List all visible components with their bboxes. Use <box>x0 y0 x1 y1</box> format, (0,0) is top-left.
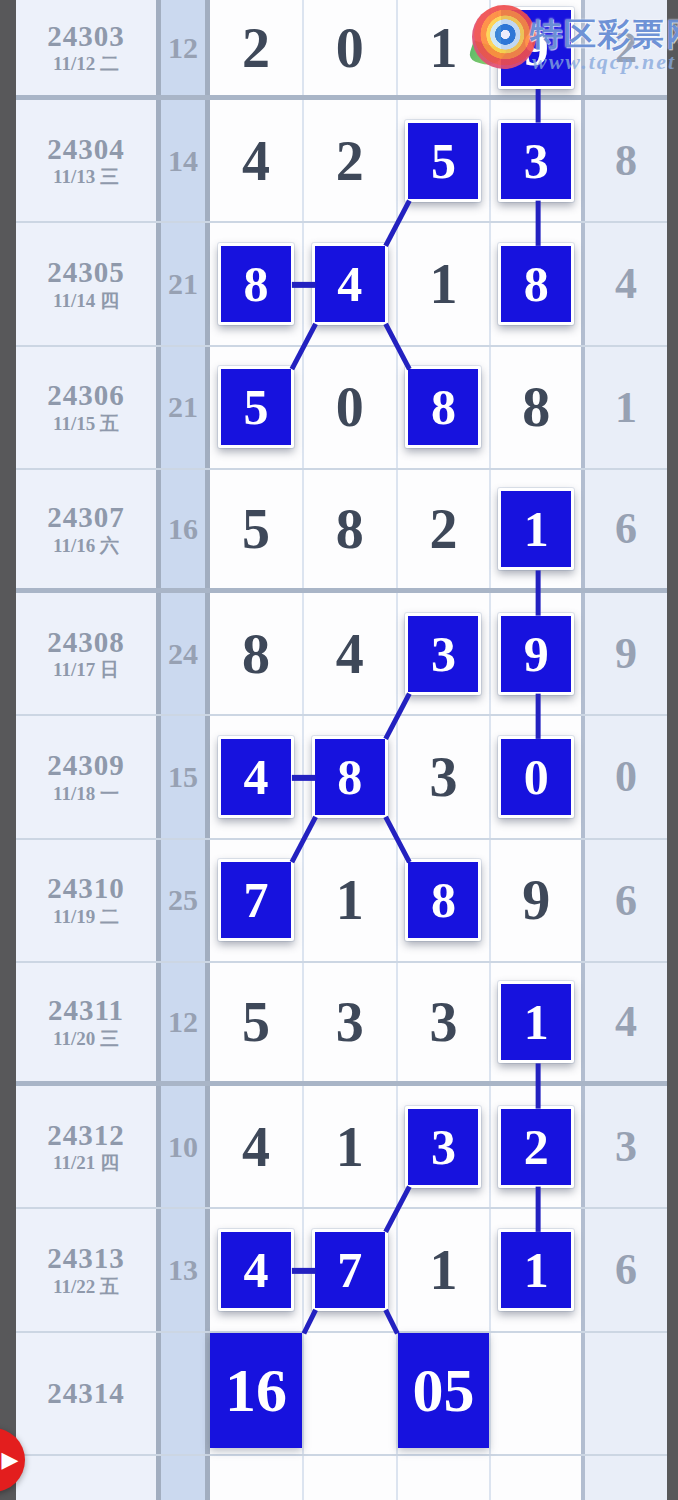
digit-cell: 8 <box>398 347 492 468</box>
digit-cell: 8 <box>304 716 398 837</box>
digit: 0 <box>336 20 364 76</box>
sum-cell: 24 <box>156 593 210 714</box>
draw-date: 11/21 四 <box>53 1153 119 1173</box>
digit: 0 <box>336 379 364 435</box>
issue-number: 24314 <box>47 1378 125 1408</box>
issue-cell: 2430411/13 三 <box>16 100 156 221</box>
lottery-trend-chart-screen: 2430311/12 二12201922430411/13 三144253824… <box>0 0 678 1500</box>
tail-digit-cell: 6 <box>585 470 667 588</box>
digit: 5 <box>242 994 270 1050</box>
digit-cell: 4 <box>210 100 304 221</box>
tail-digit-cell <box>585 1456 667 1500</box>
digit-cell: 9 <box>491 840 585 961</box>
digit: 1 <box>336 1119 364 1175</box>
digit-cell <box>304 1333 398 1454</box>
digit-cell: 3 <box>398 1086 492 1207</box>
digit: 5 <box>242 501 270 557</box>
sum-cell <box>156 1456 210 1500</box>
digit-cell: 8 <box>491 223 585 344</box>
draw-date: 11/13 三 <box>53 167 119 187</box>
highlighted-digit-box: 8 <box>218 243 294 325</box>
sum-cell: 14 <box>156 100 210 221</box>
digit-cell: 3 <box>398 716 492 837</box>
highlighted-digit-box: 05 <box>398 1333 490 1448</box>
digit-cell: 2 <box>210 0 304 95</box>
highlighted-digit-box: 3 <box>405 1106 481 1188</box>
draw-date: 11/19 二 <box>53 907 119 927</box>
digit: 2 <box>429 501 457 557</box>
digit: 8 <box>336 501 364 557</box>
issue-cell: 2431211/21 四 <box>16 1086 156 1207</box>
digit-cell <box>491 1333 585 1454</box>
digit-cell: 8 <box>210 223 304 344</box>
digit-cell: 9 <box>491 0 585 95</box>
tail-digit-cell <box>585 1333 667 1454</box>
issue-cell <box>16 1456 156 1500</box>
draw-date: 11/16 六 <box>53 536 119 556</box>
table-row: 2430711/16 六1658216 <box>16 470 667 593</box>
table-row: 2431111/20 三1253314 <box>16 963 667 1086</box>
tail-digit-cell: 9 <box>585 593 667 714</box>
sum-cell: 12 <box>156 0 210 95</box>
digit-cell: 4 <box>210 1086 304 1207</box>
highlighted-digit-box: 8 <box>405 366 481 448</box>
digit-cell: 3 <box>491 100 585 221</box>
digit: 3 <box>429 749 457 805</box>
highlighted-digit-box: 5 <box>218 366 294 448</box>
issue-cell: 2430611/15 五 <box>16 347 156 468</box>
digit-cell: 8 <box>491 347 585 468</box>
tail-digit-cell: 6 <box>585 1209 667 1330</box>
tail-digit-cell: 8 <box>585 100 667 221</box>
table-row: 2430411/13 三1442538 <box>16 100 667 223</box>
digit-cell: 5 <box>210 963 304 1081</box>
tail-digit-cell: 1 <box>585 347 667 468</box>
issue-number: 24310 <box>47 873 125 903</box>
draw-date: 11/17 日 <box>53 660 119 680</box>
digit-cell: 5 <box>398 100 492 221</box>
highlighted-digit-box: 4 <box>218 736 294 818</box>
highlighted-digit-box: 16 <box>210 1333 302 1448</box>
digit-cell: 3 <box>398 593 492 714</box>
digit: 2 <box>336 133 364 189</box>
digit: 2 <box>242 20 270 76</box>
issue-cell: 24314 <box>16 1333 156 1454</box>
digit-cell: 9 <box>491 593 585 714</box>
issue-number: 24311 <box>48 995 124 1025</box>
digit-cell <box>304 1456 398 1500</box>
issue-number: 24304 <box>47 134 125 164</box>
digit: 4 <box>336 626 364 682</box>
digit: 3 <box>429 994 457 1050</box>
digit-cell <box>210 1456 304 1500</box>
draw-date: 11/14 四 <box>53 291 119 311</box>
tail-digit-cell: 3 <box>585 1086 667 1207</box>
tail-digit-cell: 0 <box>585 716 667 837</box>
table-row: 2431211/21 四1041323 <box>16 1086 667 1209</box>
digit-cell: 1 <box>491 470 585 588</box>
digit-cell: 7 <box>210 840 304 961</box>
digit: 1 <box>429 256 457 312</box>
table-row: 2430611/15 五2150881 <box>16 347 667 470</box>
draw-date: 11/20 三 <box>53 1029 119 1049</box>
issue-cell: 2430511/14 四 <box>16 223 156 344</box>
sum-cell: 10 <box>156 1086 210 1207</box>
sum-cell <box>156 1333 210 1454</box>
table-row: 2431011/19 二2571896 <box>16 840 667 963</box>
highlighted-digit-box: 2 <box>498 1106 574 1188</box>
digit-cell: 7 <box>304 1209 398 1330</box>
page-left-gutter <box>0 0 16 1500</box>
highlighted-digit-box: 1 <box>498 1229 574 1311</box>
table-row <box>16 1456 667 1500</box>
highlighted-digit-box: 4 <box>312 243 388 325</box>
digit-cell: 8 <box>398 840 492 961</box>
digit-cell: 0 <box>491 716 585 837</box>
draw-date: 11/22 五 <box>53 1277 119 1297</box>
digit-cell: 5 <box>210 347 304 468</box>
sum-cell: 16 <box>156 470 210 588</box>
right-arrow-icon: ▶ <box>2 1449 19 1471</box>
highlighted-digit-box: 4 <box>218 1229 294 1311</box>
digit-cell: 5 <box>210 470 304 588</box>
sum-cell: 25 <box>156 840 210 961</box>
digit: 1 <box>429 1242 457 1298</box>
trend-chart-table: 2430311/12 二12201922430411/13 三144253824… <box>16 0 667 1500</box>
highlighted-digit-box: 8 <box>498 243 574 325</box>
highlighted-digit-box: 1 <box>498 981 574 1063</box>
digit-cell: 2 <box>304 100 398 221</box>
digit-cell: 3 <box>304 963 398 1081</box>
table-row: 2431311/22 五1347116 <box>16 1209 667 1332</box>
digit-cell: 1 <box>398 223 492 344</box>
sum-cell: 13 <box>156 1209 210 1330</box>
highlighted-digit-box: 5 <box>405 120 481 202</box>
digit-cell <box>491 1456 585 1500</box>
highlighted-digit-box: 3 <box>498 120 574 202</box>
tail-digit-cell: 4 <box>585 223 667 344</box>
digit-cell: 3 <box>398 963 492 1081</box>
digit-cell: 4 <box>304 593 398 714</box>
sum-cell: 21 <box>156 347 210 468</box>
digit-cell: 1 <box>304 1086 398 1207</box>
digit: 8 <box>242 626 270 682</box>
table-row: 243141605 <box>16 1333 667 1456</box>
digit-cell: 2 <box>398 470 492 588</box>
digit: 9 <box>522 872 550 928</box>
highlighted-digit-box: 1 <box>498 488 574 570</box>
digit: 4 <box>242 1119 270 1175</box>
digit-cell: 1 <box>491 963 585 1081</box>
issue-cell: 2430311/12 二 <box>16 0 156 95</box>
tail-digit-cell: 2 <box>585 0 667 95</box>
digit-cell: 1 <box>491 1209 585 1330</box>
highlighted-digit-box: 3 <box>405 613 481 695</box>
digit-cell: 0 <box>304 0 398 95</box>
digit: 3 <box>336 994 364 1050</box>
issue-number: 24303 <box>47 21 125 51</box>
sum-cell: 21 <box>156 223 210 344</box>
digit-cell: 2 <box>491 1086 585 1207</box>
highlighted-digit-box: 7 <box>218 859 294 941</box>
issue-number: 24313 <box>47 1243 125 1273</box>
issue-number: 24312 <box>47 1120 125 1150</box>
digit-cell: 05 <box>398 1333 492 1454</box>
digit-cell: 8 <box>210 593 304 714</box>
highlighted-digit-box: 0 <box>498 736 574 818</box>
issue-cell: 2431111/20 三 <box>16 963 156 1081</box>
table-row: 2430911/18 一1548300 <box>16 716 667 839</box>
digit-cell: 4 <box>210 1209 304 1330</box>
issue-number: 24307 <box>47 502 125 532</box>
issue-cell: 2431311/22 五 <box>16 1209 156 1330</box>
sum-cell: 15 <box>156 716 210 837</box>
digit-cell: 8 <box>304 470 398 588</box>
highlighted-digit-box: 9 <box>498 7 574 89</box>
highlighted-digit-box: 9 <box>498 613 574 695</box>
digit: 4 <box>242 133 270 189</box>
issue-number: 24306 <box>47 380 125 410</box>
page-right-gutter <box>667 0 678 1500</box>
issue-number: 24308 <box>47 627 125 657</box>
digit-cell: 0 <box>304 347 398 468</box>
issue-number: 24309 <box>47 750 125 780</box>
issue-cell: 2430711/16 六 <box>16 470 156 588</box>
digit-cell: 1 <box>398 1209 492 1330</box>
highlighted-digit-box: 8 <box>405 859 481 941</box>
issue-cell: 2431011/19 二 <box>16 840 156 961</box>
table-row: 2430811/17 日2484399 <box>16 593 667 716</box>
tail-digit-cell: 4 <box>585 963 667 1081</box>
digit-cell: 4 <box>210 716 304 837</box>
issue-number: 24305 <box>47 257 125 287</box>
digit: 8 <box>522 379 550 435</box>
draw-date: 11/12 二 <box>53 54 119 74</box>
draw-date: 11/15 五 <box>53 414 119 434</box>
digit-cell: 16 <box>210 1333 304 1454</box>
digit-cell <box>398 1456 492 1500</box>
table-row: 2430511/14 四2184184 <box>16 223 667 346</box>
highlighted-digit-box: 7 <box>312 1229 388 1311</box>
digit: 1 <box>429 20 457 76</box>
digit-cell: 1 <box>398 0 492 95</box>
sum-cell: 12 <box>156 963 210 1081</box>
digit-cell: 1 <box>304 840 398 961</box>
digit: 1 <box>336 872 364 928</box>
issue-cell: 2430911/18 一 <box>16 716 156 837</box>
highlighted-digit-box: 8 <box>312 736 388 818</box>
digit-cell: 4 <box>304 223 398 344</box>
table-row: 2430311/12 二1220192 <box>16 0 667 100</box>
issue-cell: 2430811/17 日 <box>16 593 156 714</box>
tail-digit-cell: 6 <box>585 840 667 961</box>
draw-date: 11/18 一 <box>53 784 119 804</box>
